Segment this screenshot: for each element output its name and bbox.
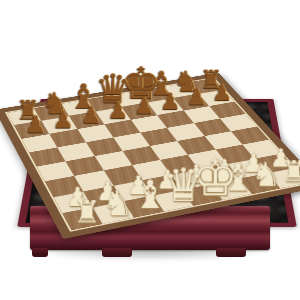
box-foot (216, 248, 246, 257)
piece-black-bishop: ♝ (147, 68, 174, 101)
square-h5 (220, 114, 257, 131)
piece-black-rook: ♜ (198, 67, 225, 92)
box-foot (102, 248, 132, 257)
product-photo-stage: ♜♞♝♛♚♝♞♜♟♟♟♟♟♟♟♟♟♟♟♟♟♟♟♟♜♞♝♛♚♝♞♜ (0, 0, 300, 300)
box-foot (32, 248, 48, 257)
piece-black-bishop: ♝ (68, 80, 96, 113)
square-a5 (29, 147, 66, 166)
